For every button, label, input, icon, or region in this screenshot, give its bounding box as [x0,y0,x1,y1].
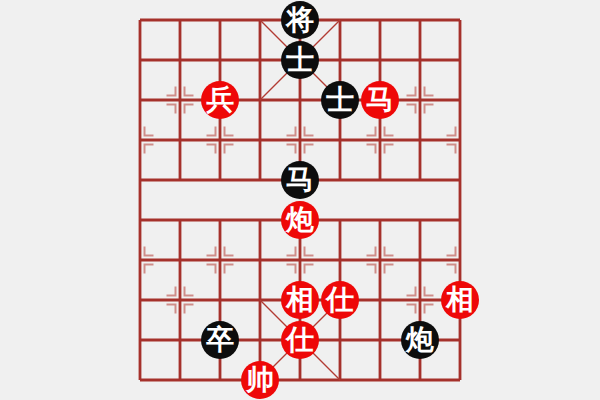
intersection-0-4[interactable] [120,160,160,200]
intersection-2-4[interactable] [200,160,240,200]
intersection-3-1[interactable] [240,40,280,80]
intersection-6-2[interactable]: 马 [360,80,400,120]
intersection-0-8[interactable] [120,320,160,360]
black-horse[interactable]: 马 [281,161,319,199]
red-advisor-1[interactable]: 仕 [321,281,359,319]
intersection-1-2[interactable] [160,80,200,120]
intersection-8-1[interactable] [440,40,480,80]
intersection-4-2[interactable] [280,80,320,120]
intersection-6-0[interactable] [360,0,400,40]
intersection-0-7[interactable] [120,280,160,320]
intersection-4-9[interactable] [280,360,320,400]
intersection-5-4[interactable] [320,160,360,200]
intersection-3-3[interactable] [240,120,280,160]
intersection-5-7[interactable]: 仕 [320,280,360,320]
intersection-6-3[interactable] [360,120,400,160]
intersection-7-2[interactable] [400,80,440,120]
black-advisor-2[interactable]: 士 [321,81,359,119]
red-horse[interactable]: 马 [361,81,399,119]
intersection-4-8[interactable]: 仕 [280,320,320,360]
intersection-1-1[interactable] [160,40,200,80]
intersection-4-5[interactable]: 炮 [280,200,320,240]
intersection-5-3[interactable] [320,120,360,160]
intersection-2-2[interactable]: 兵 [200,80,240,120]
intersection-3-9[interactable]: 帅 [240,360,280,400]
red-advisor-2[interactable]: 仕 [281,321,319,359]
intersection-7-8[interactable]: 炮 [400,320,440,360]
intersection-1-7[interactable] [160,280,200,320]
intersection-8-9[interactable] [440,360,480,400]
intersection-4-3[interactable] [280,120,320,160]
black-advisor-1[interactable]: 士 [281,41,319,79]
intersection-3-8[interactable] [240,320,280,360]
intersection-7-6[interactable] [400,240,440,280]
intersection-1-6[interactable] [160,240,200,280]
intersection-3-6[interactable] [240,240,280,280]
intersection-3-7[interactable] [240,280,280,320]
intersection-5-5[interactable] [320,200,360,240]
intersection-1-5[interactable] [160,200,200,240]
intersection-8-3[interactable] [440,120,480,160]
intersection-8-8[interactable] [440,320,480,360]
intersection-3-5[interactable] [240,200,280,240]
intersection-2-9[interactable] [200,360,240,400]
intersection-4-1[interactable]: 士 [280,40,320,80]
intersection-7-7[interactable] [400,280,440,320]
intersection-2-0[interactable] [200,0,240,40]
intersection-8-0[interactable] [440,0,480,40]
intersection-1-4[interactable] [160,160,200,200]
intersection-0-0[interactable] [120,0,160,40]
intersection-0-3[interactable] [120,120,160,160]
intersection-3-4[interactable] [240,160,280,200]
intersection-5-8[interactable] [320,320,360,360]
xiangqi-app-screen: 将士兵士马马炮相仕相卒仕炮帅 [0,0,600,400]
intersection-8-7[interactable]: 相 [440,280,480,320]
intersection-5-2[interactable]: 士 [320,80,360,120]
intersection-6-4[interactable] [360,160,400,200]
intersection-6-1[interactable] [360,40,400,80]
intersection-8-6[interactable] [440,240,480,280]
red-pawn[interactable]: 兵 [201,81,239,119]
intersection-0-1[interactable] [120,40,160,80]
intersection-6-6[interactable] [360,240,400,280]
intersection-4-6[interactable] [280,240,320,280]
intersection-2-8[interactable]: 卒 [200,320,240,360]
intersection-7-4[interactable] [400,160,440,200]
red-general[interactable]: 帅 [241,361,279,399]
intersection-5-0[interactable] [320,0,360,40]
intersection-5-9[interactable] [320,360,360,400]
intersection-4-0[interactable]: 将 [280,0,320,40]
intersection-6-9[interactable] [360,360,400,400]
xiangqi-board: 将士兵士马马炮相仕相卒仕炮帅 [120,0,480,400]
intersection-3-2[interactable] [240,80,280,120]
intersection-0-5[interactable] [120,200,160,240]
intersection-0-6[interactable] [120,240,160,280]
intersection-7-0[interactable] [400,0,440,40]
intersection-2-3[interactable] [200,120,240,160]
intersection-5-6[interactable] [320,240,360,280]
black-general[interactable]: 将 [281,1,319,39]
intersection-0-2[interactable] [120,80,160,120]
intersection-1-8[interactable] [160,320,200,360]
intersection-1-0[interactable] [160,0,200,40]
intersection-2-1[interactable] [200,40,240,80]
intersection-7-1[interactable] [400,40,440,80]
black-pawn[interactable]: 卒 [201,321,239,359]
intersection-2-7[interactable] [200,280,240,320]
intersection-1-9[interactable] [160,360,200,400]
intersection-2-6[interactable] [200,240,240,280]
intersection-8-4[interactable] [440,160,480,200]
intersection-8-5[interactable] [440,200,480,240]
intersection-4-4[interactable]: 马 [280,160,320,200]
red-elephant-1[interactable]: 相 [281,281,319,319]
intersection-6-5[interactable] [360,200,400,240]
intersection-6-8[interactable] [360,320,400,360]
red-cannon[interactable]: 炮 [281,201,319,239]
intersection-6-7[interactable] [360,280,400,320]
intersection-1-3[interactable] [160,120,200,160]
red-elephant-2[interactable]: 相 [441,281,479,319]
black-cannon[interactable]: 炮 [401,321,439,359]
intersection-0-9[interactable] [120,360,160,400]
intersection-7-9[interactable] [400,360,440,400]
intersection-7-5[interactable] [400,200,440,240]
intersection-4-7[interactable]: 相 [280,280,320,320]
intersection-2-5[interactable] [200,200,240,240]
intersection-3-0[interactable] [240,0,280,40]
intersection-8-2[interactable] [440,80,480,120]
intersection-7-3[interactable] [400,120,440,160]
intersection-5-1[interactable] [320,40,360,80]
